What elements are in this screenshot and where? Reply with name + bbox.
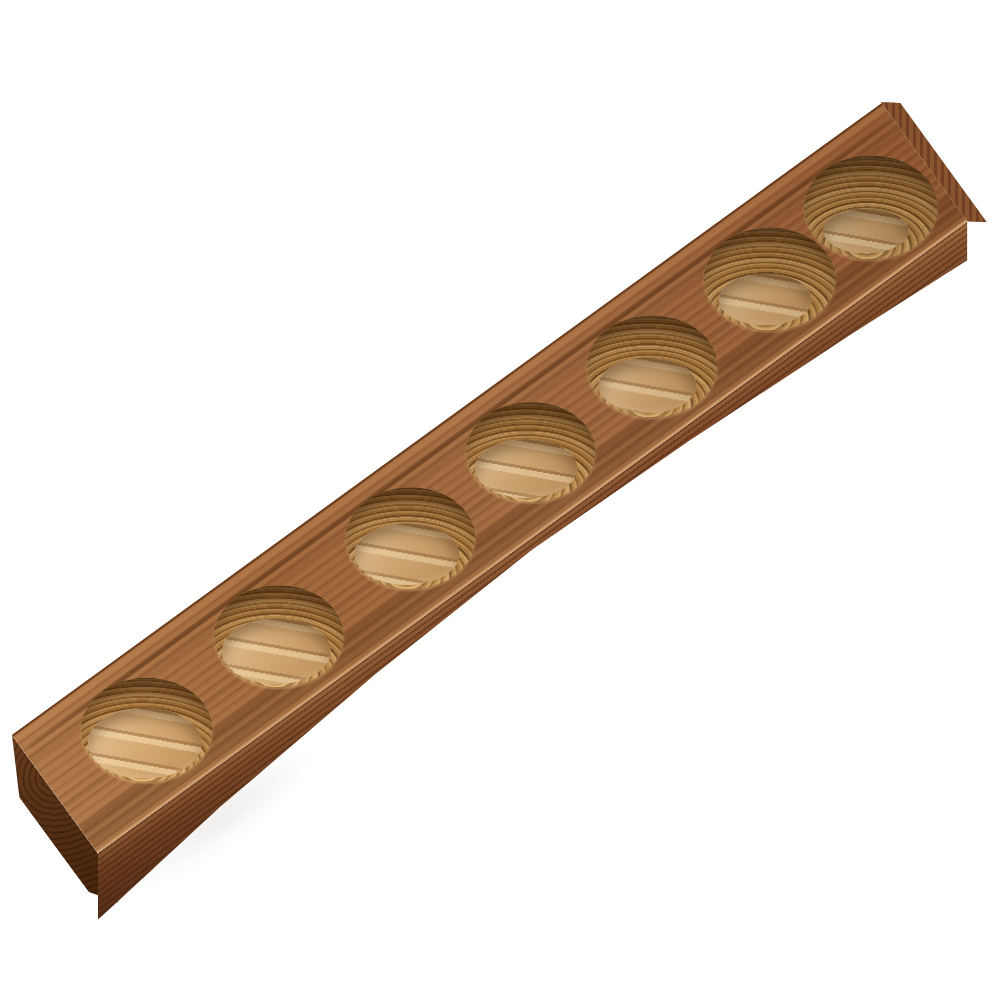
board-top-face (12, 103, 968, 853)
pit-2[interactable] (214, 585, 344, 687)
pit-5[interactable] (587, 315, 718, 417)
pit-seeds (94, 709, 200, 776)
pit-seeds (479, 432, 583, 496)
pit-3[interactable] (345, 487, 475, 589)
pit-7[interactable] (804, 155, 938, 259)
pit-seeds (600, 346, 705, 411)
pit-6[interactable] (704, 228, 836, 331)
pit-4[interactable] (466, 402, 596, 502)
pit-1[interactable] (81, 678, 213, 782)
pit-seeds (717, 258, 823, 324)
pit-seeds (817, 187, 924, 254)
pit-seeds (227, 616, 331, 681)
mancala-board (12, 103, 1000, 905)
pit-seeds (358, 518, 462, 583)
photo-background (0, 0, 1000, 1000)
